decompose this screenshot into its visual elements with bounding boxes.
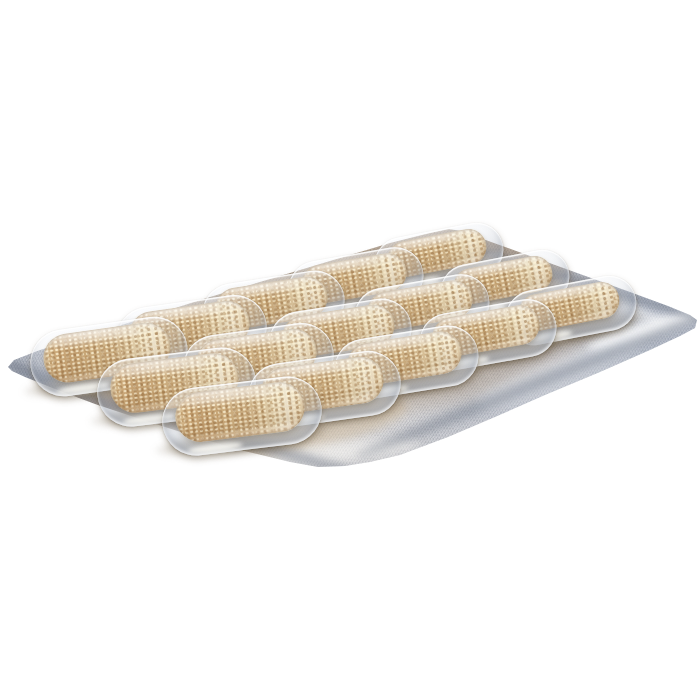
photo-stage: [0, 0, 700, 700]
capsule-blisters: [0, 0, 700, 700]
